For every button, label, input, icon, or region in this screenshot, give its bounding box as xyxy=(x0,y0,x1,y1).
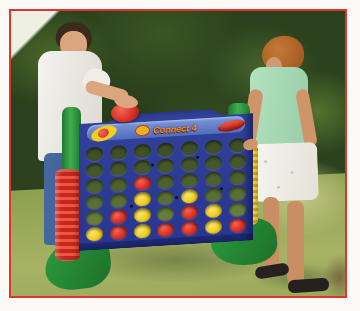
cell-r5c3[interactable] xyxy=(130,206,154,223)
cell-r3c6[interactable] xyxy=(202,170,226,187)
cell-r5c7[interactable] xyxy=(225,201,249,218)
empty-hole xyxy=(181,173,198,188)
cell-r3c1[interactable] xyxy=(83,177,107,194)
cell-r5c6[interactable] xyxy=(202,202,226,219)
red-disc xyxy=(110,225,127,240)
cell-r1c4[interactable] xyxy=(154,141,178,158)
cell-r2c1[interactable] xyxy=(83,161,107,178)
cell-r2c7[interactable] xyxy=(225,153,249,170)
red-disc xyxy=(229,218,246,233)
cell-r6c7[interactable] xyxy=(225,217,249,234)
empty-hole xyxy=(86,195,103,210)
cell-r6c4[interactable] xyxy=(154,221,178,238)
red-disc xyxy=(157,222,174,237)
empty-hole xyxy=(134,144,151,159)
cell-r3c7[interactable] xyxy=(225,169,249,186)
empty-hole xyxy=(86,179,103,194)
cell-r4c5[interactable] xyxy=(178,188,202,205)
cell-r2c6[interactable] xyxy=(202,154,226,171)
empty-hole xyxy=(157,206,174,221)
cell-r1c2[interactable] xyxy=(107,144,131,161)
cell-r2c2[interactable] xyxy=(107,160,131,177)
red-disc xyxy=(181,221,198,236)
yellow-disc xyxy=(134,192,151,207)
cell-r4c3[interactable] xyxy=(130,190,154,207)
brand-badge-icon xyxy=(135,125,150,137)
empty-hole xyxy=(110,161,127,176)
cell-r2c4[interactable] xyxy=(154,157,178,174)
logo-text: Connect 4 xyxy=(153,122,197,135)
cell-r1c5[interactable] xyxy=(178,140,202,157)
empty-hole xyxy=(134,160,151,175)
cell-r3c3[interactable] xyxy=(130,174,154,191)
cell-r3c2[interactable] xyxy=(107,176,131,193)
cell-r6c3[interactable] xyxy=(130,222,154,239)
cell-r6c2[interactable] xyxy=(107,224,131,241)
cell-r4c2[interactable] xyxy=(107,192,131,209)
empty-hole xyxy=(110,193,127,208)
cell-r6c5[interactable] xyxy=(178,220,202,237)
cell-r5c1[interactable] xyxy=(83,209,107,226)
woman-sandal xyxy=(254,262,289,279)
empty-hole xyxy=(181,157,198,172)
cell-r3c4[interactable] xyxy=(154,173,178,190)
empty-hole xyxy=(86,163,103,178)
empty-hole xyxy=(86,147,103,162)
cell-r5c2[interactable] xyxy=(107,208,131,225)
cell-r4c1[interactable] xyxy=(83,193,107,210)
woman-sandal xyxy=(288,278,330,294)
woman-white-skirt xyxy=(251,142,319,202)
empty-hole xyxy=(157,142,174,157)
empty-hole xyxy=(110,177,127,192)
cell-r4c7[interactable] xyxy=(225,185,249,202)
cell-r1c6[interactable] xyxy=(202,138,226,155)
red-disc xyxy=(134,176,151,191)
empty-hole xyxy=(229,154,246,169)
empty-hole xyxy=(157,190,174,205)
cell-r1c1[interactable] xyxy=(83,145,107,162)
empty-hole xyxy=(157,174,174,189)
cell-r2c3[interactable] xyxy=(130,158,154,175)
yellow-disc xyxy=(205,219,222,234)
connect-four-board: Connect 4 xyxy=(79,106,253,251)
empty-hole xyxy=(229,170,246,185)
woman-leg xyxy=(287,201,304,285)
cell-r6c1[interactable] xyxy=(83,225,107,242)
red-disc xyxy=(181,205,198,220)
empty-hole xyxy=(229,186,246,201)
page: Connect 4 xyxy=(0,0,360,311)
yellow-disc xyxy=(86,227,103,242)
yellow-disc xyxy=(134,208,151,223)
cell-r3c5[interactable] xyxy=(178,172,202,189)
yellow-disc xyxy=(181,189,198,204)
yellow-disc xyxy=(134,224,151,239)
photo-frame: Connect 4 xyxy=(9,9,347,298)
empty-hole xyxy=(205,155,222,170)
cell-r5c5[interactable] xyxy=(178,204,202,221)
cell-r5c4[interactable] xyxy=(154,205,178,222)
red-disc xyxy=(110,209,127,224)
board-grid xyxy=(83,137,249,243)
empty-hole xyxy=(205,139,222,154)
empty-hole xyxy=(86,211,103,226)
empty-hole xyxy=(157,158,174,173)
yellow-disc xyxy=(205,203,222,218)
cell-r1c3[interactable] xyxy=(130,142,154,159)
empty-hole xyxy=(110,145,127,160)
empty-hole xyxy=(205,171,222,186)
red-disc-stack[interactable] xyxy=(55,169,80,261)
cell-r6c6[interactable] xyxy=(202,218,226,235)
empty-hole xyxy=(229,202,246,217)
empty-hole xyxy=(181,141,198,156)
